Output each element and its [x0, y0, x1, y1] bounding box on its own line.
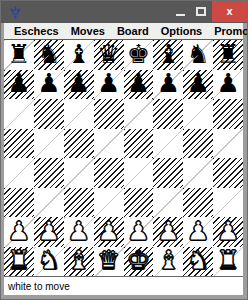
- square-a5[interactable]: [4, 129, 34, 159]
- piece-black-pawn[interactable]: ♟: [127, 70, 150, 96]
- square-g1[interactable]: ♞: [183, 247, 213, 277]
- piece-black-knight[interactable]: ♞: [187, 41, 210, 67]
- piece-white-king[interactable]: ♚: [127, 247, 150, 273]
- piece-white-bishop[interactable]: ♝: [157, 247, 180, 273]
- square-f4[interactable]: [153, 158, 183, 188]
- square-e4[interactable]: [124, 158, 154, 188]
- fleur-de-lis-app-icon[interactable]: [9, 5, 22, 20]
- square-g7[interactable]: ♟: [183, 70, 213, 100]
- square-f5[interactable]: [153, 129, 183, 159]
- square-d1[interactable]: ♛: [94, 247, 124, 277]
- square-g6[interactable]: [183, 99, 213, 129]
- square-d7[interactable]: ♟: [94, 70, 124, 100]
- square-b4[interactable]: [34, 158, 64, 188]
- piece-white-pawn[interactable]: ♟: [7, 218, 30, 244]
- square-g2[interactable]: ♟: [183, 217, 213, 247]
- maximize-button[interactable]: [190, 1, 212, 22]
- piece-black-queen[interactable]: ♛: [97, 41, 120, 67]
- square-h5[interactable]: [213, 129, 243, 159]
- minimize-icon: [176, 14, 185, 16]
- piece-black-bishop[interactable]: ♝: [67, 41, 90, 67]
- square-f1[interactable]: ♝: [153, 247, 183, 277]
- square-c6[interactable]: [64, 99, 94, 129]
- chess-board: ♜♞♝♛♚♝♞♜♟♟♟♟♟♟♟♟♟♟♟♟♟♟♟♟♜♞♝♛♚♝♞♜: [4, 40, 243, 277]
- square-f3[interactable]: [153, 188, 183, 218]
- maximize-icon: [196, 7, 206, 16]
- square-f8[interactable]: ♝: [153, 40, 183, 70]
- square-c1[interactable]: ♝: [64, 247, 94, 277]
- square-b8[interactable]: ♞: [34, 40, 64, 70]
- menu-moves[interactable]: Moves: [65, 25, 111, 37]
- square-h7[interactable]: ♟: [213, 70, 243, 100]
- piece-black-king[interactable]: ♚: [127, 41, 150, 67]
- square-h4[interactable]: [213, 158, 243, 188]
- square-d8[interactable]: ♛: [94, 40, 124, 70]
- square-a1[interactable]: ♜: [4, 247, 34, 277]
- square-a6[interactable]: [4, 99, 34, 129]
- eschecs-window: x Eschecs Moves Board Options Promotion …: [0, 0, 248, 300]
- square-g5[interactable]: [183, 129, 213, 159]
- piece-black-pawn[interactable]: ♟: [187, 70, 210, 96]
- square-c7[interactable]: ♟: [64, 70, 94, 100]
- square-h6[interactable]: [213, 99, 243, 129]
- piece-black-bishop[interactable]: ♝: [157, 41, 180, 67]
- piece-black-pawn[interactable]: ♟: [216, 70, 239, 96]
- piece-white-pawn[interactable]: ♟: [127, 218, 150, 244]
- square-e5[interactable]: [124, 129, 154, 159]
- piece-black-pawn[interactable]: ♟: [97, 70, 120, 96]
- piece-white-rook[interactable]: ♜: [216, 247, 239, 273]
- piece-white-pawn[interactable]: ♟: [67, 218, 90, 244]
- piece-white-rook[interactable]: ♜: [7, 247, 30, 273]
- piece-white-pawn[interactable]: ♟: [157, 218, 180, 244]
- square-h3[interactable]: [213, 188, 243, 218]
- square-e1[interactable]: ♚: [124, 247, 154, 277]
- piece-white-queen[interactable]: ♛: [97, 247, 120, 273]
- piece-black-pawn[interactable]: ♟: [67, 70, 90, 96]
- piece-black-pawn[interactable]: ♟: [7, 70, 30, 96]
- menu-promotion[interactable]: Promotion: [208, 25, 248, 37]
- status-bar: white to move: [4, 277, 243, 295]
- menu-bar: Eschecs Moves Board Options Promotion: [4, 23, 243, 40]
- square-b6[interactable]: [34, 99, 64, 129]
- close-icon: x: [226, 6, 232, 17]
- square-d3[interactable]: [94, 188, 124, 218]
- square-c8[interactable]: ♝: [64, 40, 94, 70]
- menu-eschecs[interactable]: Eschecs: [8, 25, 65, 37]
- title-bar: x: [1, 1, 247, 23]
- piece-black-knight[interactable]: ♞: [37, 41, 60, 67]
- square-b3[interactable]: [34, 188, 64, 218]
- square-d6[interactable]: [94, 99, 124, 129]
- square-a3[interactable]: [4, 188, 34, 218]
- menu-board[interactable]: Board: [111, 25, 155, 37]
- piece-white-pawn[interactable]: ♟: [97, 218, 120, 244]
- square-e3[interactable]: [124, 188, 154, 218]
- square-c3[interactable]: [64, 188, 94, 218]
- square-e6[interactable]: [124, 99, 154, 129]
- square-b7[interactable]: ♟: [34, 70, 64, 100]
- square-b2[interactable]: ♟: [34, 217, 64, 247]
- square-a2[interactable]: ♟: [4, 217, 34, 247]
- square-g8[interactable]: ♞: [183, 40, 213, 70]
- square-e7[interactable]: ♟: [124, 70, 154, 100]
- square-h8[interactable]: ♜: [213, 40, 243, 70]
- minimize-button[interactable]: [170, 1, 190, 22]
- status-text: white to move: [8, 281, 70, 292]
- piece-white-knight[interactable]: ♞: [187, 247, 210, 273]
- piece-black-pawn[interactable]: ♟: [37, 70, 60, 96]
- square-f6[interactable]: [153, 99, 183, 129]
- piece-white-pawn[interactable]: ♟: [37, 218, 60, 244]
- piece-white-pawn[interactable]: ♟: [187, 218, 210, 244]
- square-h1[interactable]: ♜: [213, 247, 243, 277]
- square-f7[interactable]: ♟: [153, 70, 183, 100]
- piece-black-pawn[interactable]: ♟: [157, 70, 180, 96]
- square-b1[interactable]: ♞: [34, 247, 64, 277]
- window-controls: x: [170, 1, 247, 23]
- piece-black-rook[interactable]: ♜: [7, 41, 30, 67]
- piece-white-knight[interactable]: ♞: [37, 247, 60, 273]
- square-h2[interactable]: ♟: [213, 217, 243, 247]
- close-button[interactable]: x: [212, 1, 247, 22]
- piece-black-rook[interactable]: ♜: [216, 41, 239, 67]
- square-f2[interactable]: ♟: [153, 217, 183, 247]
- square-c4[interactable]: [64, 158, 94, 188]
- piece-white-pawn[interactable]: ♟: [216, 218, 239, 244]
- menu-options[interactable]: Options: [155, 25, 209, 37]
- square-a7[interactable]: ♟: [4, 70, 34, 100]
- square-d2[interactable]: ♟: [94, 217, 124, 247]
- square-a8[interactable]: ♜: [4, 40, 34, 70]
- piece-white-bishop[interactable]: ♝: [67, 247, 90, 273]
- square-e8[interactable]: ♚: [124, 40, 154, 70]
- square-d5[interactable]: [94, 129, 124, 159]
- square-a4[interactable]: [4, 158, 34, 188]
- square-b5[interactable]: [34, 129, 64, 159]
- square-c2[interactable]: ♟: [64, 217, 94, 247]
- square-g3[interactable]: [183, 188, 213, 218]
- square-d4[interactable]: [94, 158, 124, 188]
- square-g4[interactable]: [183, 158, 213, 188]
- square-c5[interactable]: [64, 129, 94, 159]
- square-e2[interactable]: ♟: [124, 217, 154, 247]
